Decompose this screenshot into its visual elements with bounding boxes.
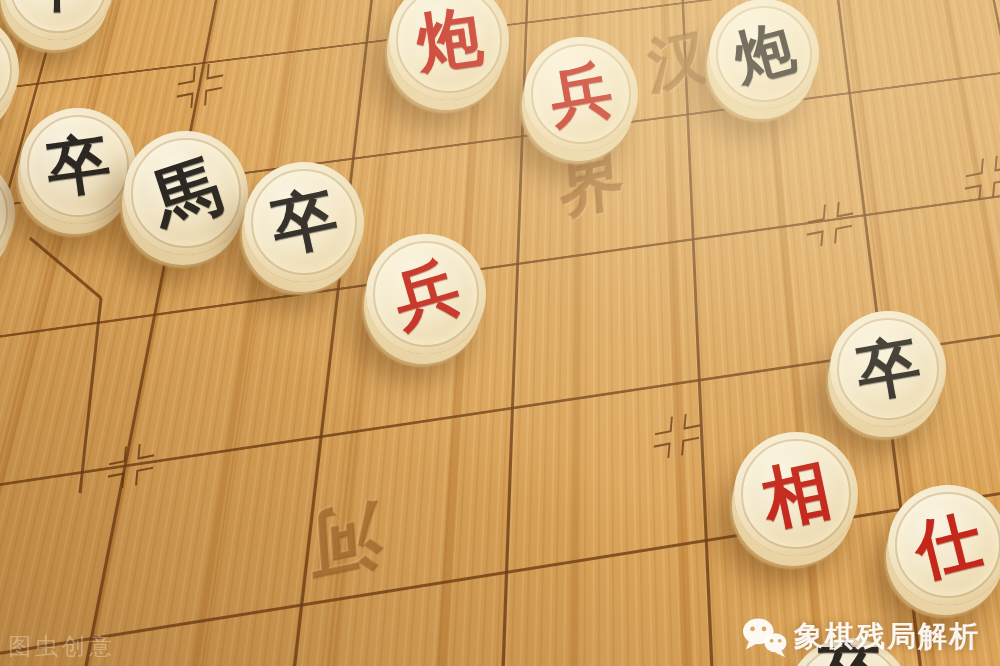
piece-black-horse[interactable]: 馬 [124,131,248,255]
black-soldier-character: 卒 [41,119,115,213]
piece-black-soldier-3[interactable]: 卒 [830,311,946,427]
piece-face: 相 [741,439,850,548]
piece-face: 卒 [251,169,357,275]
piece-black-soldier-2[interactable]: 卒 [244,162,364,282]
piece-red-soldier-2[interactable]: 兵 [366,234,486,354]
piece-face: 兵 [373,241,479,347]
piece-face: 卒 [27,115,129,217]
red-soldier-character: 兵 [543,47,619,140]
piece-face: 卒 [837,318,939,420]
piece-face: 仕 [895,492,1000,598]
marker-bracket [994,153,1000,172]
piece-red-advisor[interactable]: 仕 [888,485,1000,605]
piece-red-elephant[interactable]: 相 [734,432,858,556]
piece-black-cannon[interactable]: 炮 [709,0,819,109]
channel-watermark-text: 象棋残局解析 [794,617,980,657]
black-soldier-character: 卒 [0,21,3,118]
channel-watermark: 象棋残局解析 [741,616,980,658]
xiangqi-board-photo: 汉界河 卒卒兵卒馬卒炮兵炮兵卒相仕卒 图虫创意 象棋残局解析 [0,0,1000,666]
wechat-icon [741,616,787,658]
marker-bracket [992,179,1000,198]
black-cannon-character: 炮 [725,8,803,101]
black-soldier-character: 卒 [263,172,345,272]
black-horse-character: 馬 [140,139,232,246]
black-soldier-character: 卒 [850,321,927,417]
piece-face: 兵 [531,44,631,144]
piece-face: 炮 [396,0,502,93]
piece-face: 炮 [716,6,813,103]
red-elephant-character: 相 [754,443,838,546]
piece-face: 馬 [131,138,240,247]
piece-red-soldier-1[interactable]: 兵 [524,37,638,151]
black-soldier-character: 卒 [28,0,88,25]
red-advisor-character: 仕 [906,494,990,595]
piece-black-soldier-1[interactable]: 卒 [20,108,136,224]
red-cannon-character: 炮 [411,0,488,88]
red-soldier-character: 兵 [383,243,470,346]
